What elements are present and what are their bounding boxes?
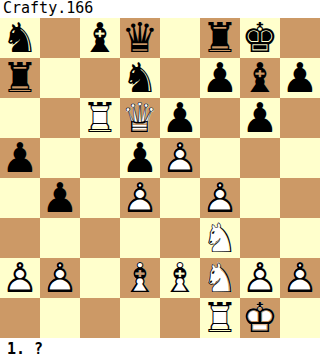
black-pawn[interactable]: ♟ [160, 98, 200, 138]
white-piece-outline-glyph: ♙ [280, 258, 320, 298]
white-piece-outline-glyph: ♕ [120, 98, 160, 138]
square-g1[interactable]: ♚♔ [240, 298, 280, 338]
square-h4[interactable] [280, 178, 320, 218]
square-a8[interactable]: ♞ [0, 18, 40, 58]
square-a3[interactable] [0, 218, 40, 258]
square-e8[interactable] [160, 18, 200, 58]
black-pawn[interactable]: ♟ [120, 138, 160, 178]
white-piece-outline-glyph: ♙ [240, 258, 280, 298]
white-pawn[interactable]: ♟♙ [120, 178, 160, 218]
square-b7[interactable] [40, 58, 80, 98]
square-b8[interactable] [40, 18, 80, 58]
square-d6[interactable]: ♛♕ [120, 98, 160, 138]
square-e1[interactable] [160, 298, 200, 338]
white-piece-outline-glyph: ♘ [200, 218, 240, 258]
black-knight[interactable]: ♞ [0, 18, 40, 58]
square-g2[interactable]: ♟♙ [240, 258, 280, 298]
white-rook[interactable]: ♜♖ [80, 98, 120, 138]
square-b3[interactable] [40, 218, 80, 258]
square-c5[interactable] [80, 138, 120, 178]
square-b4[interactable]: ♟ [40, 178, 80, 218]
white-piece-outline-glyph: ♙ [40, 258, 80, 298]
white-queen[interactable]: ♛♕ [120, 98, 160, 138]
black-piece-glyph: ♞ [0, 18, 40, 58]
square-h3[interactable] [280, 218, 320, 258]
square-c2[interactable] [80, 258, 120, 298]
black-piece-glyph: ♟ [240, 98, 280, 138]
square-h6[interactable] [280, 98, 320, 138]
square-h8[interactable] [280, 18, 320, 58]
square-a5[interactable]: ♟ [0, 138, 40, 178]
square-c4[interactable] [80, 178, 120, 218]
white-rook[interactable]: ♜♖ [200, 298, 240, 338]
square-g3[interactable] [240, 218, 280, 258]
square-b2[interactable]: ♟♙ [40, 258, 80, 298]
black-piece-glyph: ♝ [240, 58, 280, 98]
black-pawn[interactable]: ♟ [280, 58, 320, 98]
square-a1[interactable] [0, 298, 40, 338]
square-d5[interactable]: ♟ [120, 138, 160, 178]
white-piece-outline-glyph: ♗ [160, 258, 200, 298]
white-bishop[interactable]: ♝♗ [160, 258, 200, 298]
white-pawn[interactable]: ♟♙ [280, 258, 320, 298]
black-pawn[interactable]: ♟ [200, 58, 240, 98]
white-piece-outline-glyph: ♗ [120, 258, 160, 298]
square-g5[interactable] [240, 138, 280, 178]
white-knight[interactable]: ♞♘ [200, 218, 240, 258]
black-piece-glyph: ♞ [120, 58, 160, 98]
black-bishop[interactable]: ♝ [80, 18, 120, 58]
black-piece-glyph: ♜ [0, 58, 40, 98]
black-rook[interactable]: ♜ [0, 58, 40, 98]
square-e6[interactable]: ♟ [160, 98, 200, 138]
square-d3[interactable] [120, 218, 160, 258]
black-piece-glyph: ♟ [0, 138, 40, 178]
chess-app-window: Crafty.166 ♞♝♛♜♚♜♞♟♝♟♜♖♛♕♟♟♟♟♟♙♟♟♙♟♙♞♘♟♙… [0, 0, 320, 360]
white-pawn[interactable]: ♟♙ [40, 258, 80, 298]
black-king[interactable]: ♚ [240, 18, 280, 58]
white-piece-outline-glyph: ♙ [120, 178, 160, 218]
white-piece-outline-glyph: ♙ [0, 258, 40, 298]
white-piece-outline-glyph: ♙ [200, 178, 240, 218]
square-a4[interactable] [0, 178, 40, 218]
square-e2[interactable]: ♝♗ [160, 258, 200, 298]
square-b6[interactable] [40, 98, 80, 138]
square-f7[interactable]: ♟ [200, 58, 240, 98]
square-c1[interactable] [80, 298, 120, 338]
white-piece-outline-glyph: ♙ [160, 138, 200, 178]
square-g4[interactable] [240, 178, 280, 218]
square-d7[interactable]: ♞ [120, 58, 160, 98]
black-bishop[interactable]: ♝ [240, 58, 280, 98]
square-c8[interactable]: ♝ [80, 18, 120, 58]
square-b1[interactable] [40, 298, 80, 338]
square-f1[interactable]: ♜♖ [200, 298, 240, 338]
square-e4[interactable] [160, 178, 200, 218]
black-piece-glyph: ♛ [120, 18, 160, 58]
white-piece-outline-glyph: ♘ [200, 258, 240, 298]
black-pawn[interactable]: ♟ [240, 98, 280, 138]
black-piece-glyph: ♟ [200, 58, 240, 98]
square-d2[interactable]: ♝♗ [120, 258, 160, 298]
square-c7[interactable] [80, 58, 120, 98]
square-a7[interactable]: ♜ [0, 58, 40, 98]
white-pawn[interactable]: ♟♙ [0, 258, 40, 298]
black-piece-glyph: ♝ [80, 18, 120, 58]
square-f4[interactable]: ♟♙ [200, 178, 240, 218]
square-h5[interactable] [280, 138, 320, 178]
white-pawn[interactable]: ♟♙ [240, 258, 280, 298]
white-king[interactable]: ♚♔ [240, 298, 280, 338]
square-h7[interactable]: ♟ [280, 58, 320, 98]
black-rook[interactable]: ♜ [200, 18, 240, 58]
white-pawn[interactable]: ♟♙ [160, 138, 200, 178]
square-d1[interactable] [120, 298, 160, 338]
black-piece-glyph: ♟ [160, 98, 200, 138]
square-b5[interactable] [40, 138, 80, 178]
black-queen[interactable]: ♛ [120, 18, 160, 58]
chess-board: ♞♝♛♜♚♜♞♟♝♟♜♖♛♕♟♟♟♟♟♙♟♟♙♟♙♞♘♟♙♟♙♝♗♝♗♞♘♟♙♟… [0, 18, 320, 338]
square-d4[interactable]: ♟♙ [120, 178, 160, 218]
square-f2[interactable]: ♞♘ [200, 258, 240, 298]
square-h1[interactable] [280, 298, 320, 338]
black-knight[interactable]: ♞ [120, 58, 160, 98]
square-d8[interactable]: ♛ [120, 18, 160, 58]
black-piece-glyph: ♟ [40, 178, 80, 218]
square-e7[interactable] [160, 58, 200, 98]
square-c3[interactable] [80, 218, 120, 258]
black-piece-glyph: ♟ [120, 138, 160, 178]
square-a6[interactable] [0, 98, 40, 138]
black-pawn[interactable]: ♟ [0, 138, 40, 178]
square-h2[interactable]: ♟♙ [280, 258, 320, 298]
square-g6[interactable]: ♟ [240, 98, 280, 138]
square-f5[interactable] [200, 138, 240, 178]
square-g8[interactable]: ♚ [240, 18, 280, 58]
square-c6[interactable]: ♜♖ [80, 98, 120, 138]
square-f6[interactable] [200, 98, 240, 138]
square-f8[interactable]: ♜ [200, 18, 240, 58]
square-a2[interactable]: ♟♙ [0, 258, 40, 298]
square-f3[interactable]: ♞♘ [200, 218, 240, 258]
square-e5[interactable]: ♟♙ [160, 138, 200, 178]
white-piece-outline-glyph: ♖ [80, 98, 120, 138]
black-pawn[interactable]: ♟ [40, 178, 80, 218]
white-bishop[interactable]: ♝♗ [120, 258, 160, 298]
square-g7[interactable]: ♝ [240, 58, 280, 98]
white-knight[interactable]: ♞♘ [200, 258, 240, 298]
black-piece-glyph: ♟ [280, 58, 320, 98]
white-piece-outline-glyph: ♔ [240, 298, 280, 338]
white-pawn[interactable]: ♟♙ [200, 178, 240, 218]
black-piece-glyph: ♜ [200, 18, 240, 58]
square-e3[interactable] [160, 218, 200, 258]
black-piece-glyph: ♚ [240, 18, 280, 58]
white-piece-outline-glyph: ♖ [200, 298, 240, 338]
